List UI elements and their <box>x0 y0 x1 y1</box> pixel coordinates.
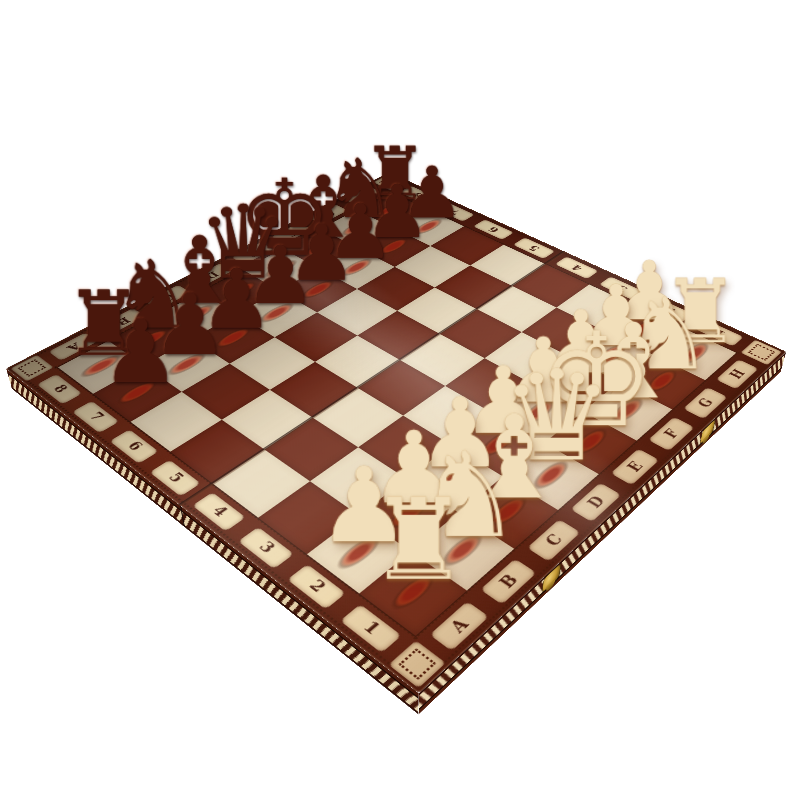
pieces-layer: ♜♞♝♛♚♝♞♜♟♟♟♟♟♟♟♟♟♟♟♟♟♟♟♟♜♞♝♛♚♝♞♜ <box>6 172 786 693</box>
piece-white-rook-a1[interactable]: ♜ <box>342 418 495 597</box>
board-surface: AABBCCDDEEFFGGHH1122334455667788 ♜♞♝♛♚♝♞… <box>6 172 786 693</box>
product-photo: AABBCCDDEEFFGGHH1122334455667788 ♜♞♝♛♚♝♞… <box>0 0 800 800</box>
piece-black-pawn-a7[interactable]: ♟ <box>78 250 203 396</box>
chess-board: AABBCCDDEEFFGGHH1122334455667788 ♜♞♝♛♚♝♞… <box>6 172 786 693</box>
